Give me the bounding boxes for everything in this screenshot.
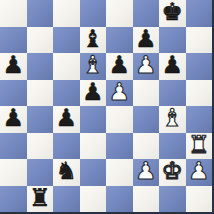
square-f8[interactable] [133, 0, 160, 27]
square-h3[interactable]: ♜ [186, 133, 213, 160]
white-pawn-icon[interactable]: ♟ [135, 159, 157, 183]
square-g8[interactable]: ♚ [159, 0, 186, 27]
black-pawn-icon[interactable]: ♟ [135, 27, 157, 51]
square-h2[interactable]: ♟ [186, 159, 213, 186]
black-pawn-icon[interactable]: ♟ [108, 53, 130, 77]
square-d8[interactable] [80, 0, 107, 27]
square-c6[interactable] [53, 53, 80, 80]
black-rook-icon[interactable]: ♜ [29, 186, 51, 210]
square-e3[interactable] [106, 133, 133, 160]
black-bishop-icon[interactable]: ♝ [82, 27, 104, 51]
square-b4[interactable] [27, 106, 54, 133]
square-a1[interactable] [0, 186, 27, 213]
square-b7[interactable] [27, 27, 54, 54]
black-pawn-icon[interactable]: ♟ [55, 106, 77, 130]
square-h6[interactable] [186, 53, 213, 80]
square-h4[interactable] [186, 106, 213, 133]
square-e1[interactable] [106, 186, 133, 213]
chess-diagram: ♚♝♟♟♝♟♟♟♟♟♟♟♝♜♞♟♚♟♜ [0, 0, 214, 214]
square-d6[interactable]: ♝ [80, 53, 107, 80]
square-e7[interactable] [106, 27, 133, 54]
square-e8[interactable] [106, 0, 133, 27]
square-h1[interactable] [186, 186, 213, 213]
square-e6[interactable]: ♟ [106, 53, 133, 80]
square-a7[interactable] [0, 27, 27, 54]
square-f1[interactable] [133, 186, 160, 213]
square-e4[interactable] [106, 106, 133, 133]
square-g5[interactable] [159, 80, 186, 107]
square-g1[interactable] [159, 186, 186, 213]
square-g3[interactable] [159, 133, 186, 160]
square-f7[interactable]: ♟ [133, 27, 160, 54]
white-rook-icon[interactable]: ♜ [188, 133, 210, 157]
white-bishop-icon[interactable]: ♝ [82, 53, 104, 77]
square-a6[interactable]: ♟ [0, 53, 27, 80]
square-f6[interactable]: ♟ [133, 53, 160, 80]
square-a4[interactable]: ♟ [0, 106, 27, 133]
square-d4[interactable] [80, 106, 107, 133]
square-b8[interactable] [27, 0, 54, 27]
square-f2[interactable]: ♟ [133, 159, 160, 186]
black-pawn-icon[interactable]: ♟ [2, 53, 24, 77]
square-g4[interactable]: ♝ [159, 106, 186, 133]
square-f4[interactable] [133, 106, 160, 133]
black-knight-icon[interactable]: ♞ [55, 159, 77, 183]
square-c8[interactable] [53, 0, 80, 27]
square-c3[interactable] [53, 133, 80, 160]
square-f5[interactable] [133, 80, 160, 107]
square-a2[interactable] [0, 159, 27, 186]
square-a3[interactable] [0, 133, 27, 160]
chess-board: ♚♝♟♟♝♟♟♟♟♟♟♟♝♜♞♟♚♟♜ [0, 0, 214, 214]
white-pawn-icon[interactable]: ♟ [108, 80, 130, 104]
square-b2[interactable] [27, 159, 54, 186]
square-b6[interactable] [27, 53, 54, 80]
square-c5[interactable] [53, 80, 80, 107]
square-a5[interactable] [0, 80, 27, 107]
square-a8[interactable] [0, 0, 27, 27]
white-bishop-icon[interactable]: ♝ [161, 106, 183, 130]
square-c4[interactable]: ♟ [53, 106, 80, 133]
square-h5[interactable] [186, 80, 213, 107]
square-c7[interactable] [53, 27, 80, 54]
square-g6[interactable]: ♟ [159, 53, 186, 80]
square-b5[interactable] [27, 80, 54, 107]
black-king-icon[interactable]: ♚ [161, 0, 183, 24]
square-d1[interactable] [80, 186, 107, 213]
square-d5[interactable]: ♟ [80, 80, 107, 107]
square-e5[interactable]: ♟ [106, 80, 133, 107]
square-d3[interactable] [80, 133, 107, 160]
square-c1[interactable] [53, 186, 80, 213]
square-b3[interactable] [27, 133, 54, 160]
white-pawn-icon[interactable]: ♟ [188, 159, 210, 183]
square-h8[interactable] [186, 0, 213, 27]
black-pawn-icon[interactable]: ♟ [82, 80, 104, 104]
white-pawn-icon[interactable]: ♟ [135, 53, 157, 77]
square-c2[interactable]: ♞ [53, 159, 80, 186]
square-d7[interactable]: ♝ [80, 27, 107, 54]
square-f3[interactable] [133, 133, 160, 160]
square-g7[interactable] [159, 27, 186, 54]
black-pawn-icon[interactable]: ♟ [2, 106, 24, 130]
square-b1[interactable]: ♜ [27, 186, 54, 213]
square-e2[interactable] [106, 159, 133, 186]
square-d2[interactable] [80, 159, 107, 186]
square-g2[interactable]: ♚ [159, 159, 186, 186]
square-h7[interactable] [186, 27, 213, 54]
white-king-icon[interactable]: ♚ [161, 159, 183, 183]
black-pawn-icon[interactable]: ♟ [161, 53, 183, 77]
